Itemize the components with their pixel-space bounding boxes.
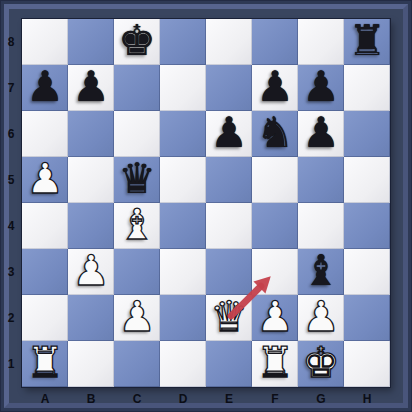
square-f4[interactable] — [252, 203, 298, 249]
black-king[interactable]: ♚ — [118, 20, 156, 62]
black-pawn[interactable]: ♟ — [26, 66, 64, 108]
rank-label-4: 4 — [0, 203, 22, 249]
square-d2[interactable] — [160, 295, 206, 341]
square-h2[interactable] — [344, 295, 390, 341]
square-a6[interactable] — [22, 111, 68, 157]
file-label-a: A — [22, 390, 68, 412]
square-e2[interactable]: ♛ — [206, 295, 252, 341]
square-e5[interactable] — [206, 157, 252, 203]
square-a7[interactable]: ♟ — [22, 65, 68, 111]
black-bishop[interactable]: ♝ — [302, 250, 340, 292]
square-c4[interactable]: ♝ — [114, 203, 160, 249]
square-d4[interactable] — [160, 203, 206, 249]
square-a1[interactable]: ♜ — [22, 341, 68, 387]
black-queen[interactable]: ♛ — [118, 158, 156, 200]
square-g2[interactable]: ♟ — [298, 295, 344, 341]
square-a3[interactable] — [22, 249, 68, 295]
square-h4[interactable] — [344, 203, 390, 249]
square-d6[interactable] — [160, 111, 206, 157]
square-h7[interactable] — [344, 65, 390, 111]
square-h3[interactable] — [344, 249, 390, 295]
white-pawn[interactable]: ♟ — [256, 296, 294, 338]
chess-board-frame: ♚♜♟♟♟♟♟♞♟♟♛♝♟♝♟♛♟♟♜♜♚ 87654321 ABCDEFGH — [0, 0, 412, 412]
square-b6[interactable] — [68, 111, 114, 157]
square-d7[interactable] — [160, 65, 206, 111]
square-e6[interactable]: ♟ — [206, 111, 252, 157]
rank-label-7: 7 — [0, 65, 22, 111]
square-h5[interactable] — [344, 157, 390, 203]
black-rook[interactable]: ♜ — [348, 20, 386, 62]
square-e3[interactable] — [206, 249, 252, 295]
square-h1[interactable] — [344, 341, 390, 387]
square-f1[interactable]: ♜ — [252, 341, 298, 387]
square-f2[interactable]: ♟ — [252, 295, 298, 341]
file-label-f: F — [252, 390, 298, 412]
square-e7[interactable] — [206, 65, 252, 111]
square-c7[interactable] — [114, 65, 160, 111]
black-pawn[interactable]: ♟ — [256, 66, 294, 108]
square-c3[interactable] — [114, 249, 160, 295]
square-b2[interactable] — [68, 295, 114, 341]
white-queen[interactable]: ♛ — [210, 296, 248, 338]
square-g5[interactable] — [298, 157, 344, 203]
square-e8[interactable] — [206, 19, 252, 65]
white-bishop[interactable]: ♝ — [118, 204, 156, 246]
rank-label-5: 5 — [0, 157, 22, 203]
square-c8[interactable]: ♚ — [114, 19, 160, 65]
white-king[interactable]: ♚ — [302, 342, 340, 384]
square-f7[interactable]: ♟ — [252, 65, 298, 111]
black-pawn[interactable]: ♟ — [72, 66, 110, 108]
square-f3[interactable] — [252, 249, 298, 295]
square-g6[interactable]: ♟ — [298, 111, 344, 157]
square-d3[interactable] — [160, 249, 206, 295]
square-a4[interactable] — [22, 203, 68, 249]
square-g3[interactable]: ♝ — [298, 249, 344, 295]
rank-label-6: 6 — [0, 111, 22, 157]
square-d8[interactable] — [160, 19, 206, 65]
square-a8[interactable] — [22, 19, 68, 65]
square-c1[interactable] — [114, 341, 160, 387]
file-label-e: E — [206, 390, 252, 412]
white-pawn[interactable]: ♟ — [118, 296, 156, 338]
black-pawn[interactable]: ♟ — [210, 112, 248, 154]
square-d5[interactable] — [160, 157, 206, 203]
square-d1[interactable] — [160, 341, 206, 387]
square-g7[interactable]: ♟ — [298, 65, 344, 111]
square-h8[interactable]: ♜ — [344, 19, 390, 65]
white-rook[interactable]: ♜ — [26, 342, 64, 384]
square-e4[interactable] — [206, 203, 252, 249]
square-b1[interactable] — [68, 341, 114, 387]
square-f8[interactable] — [252, 19, 298, 65]
white-pawn[interactable]: ♟ — [302, 296, 340, 338]
file-label-b: B — [68, 390, 114, 412]
rank-label-2: 2 — [0, 295, 22, 341]
square-b4[interactable] — [68, 203, 114, 249]
file-label-g: G — [298, 390, 344, 412]
square-f6[interactable]: ♞ — [252, 111, 298, 157]
square-b3[interactable]: ♟ — [68, 249, 114, 295]
chess-board[interactable]: ♚♜♟♟♟♟♟♞♟♟♛♝♟♝♟♛♟♟♜♜♚ — [22, 19, 390, 387]
square-a5[interactable]: ♟ — [22, 157, 68, 203]
rank-label-3: 3 — [0, 249, 22, 295]
square-b5[interactable] — [68, 157, 114, 203]
rank-label-8: 8 — [0, 19, 22, 65]
white-pawn[interactable]: ♟ — [72, 250, 110, 292]
square-g1[interactable]: ♚ — [298, 341, 344, 387]
file-label-h: H — [344, 390, 390, 412]
square-c2[interactable]: ♟ — [114, 295, 160, 341]
square-b7[interactable]: ♟ — [68, 65, 114, 111]
square-a2[interactable] — [22, 295, 68, 341]
square-g8[interactable] — [298, 19, 344, 65]
rank-label-1: 1 — [0, 341, 22, 387]
file-label-c: C — [114, 390, 160, 412]
black-pawn[interactable]: ♟ — [302, 66, 340, 108]
square-g4[interactable] — [298, 203, 344, 249]
square-h6[interactable] — [344, 111, 390, 157]
square-f5[interactable] — [252, 157, 298, 203]
white-rook[interactable]: ♜ — [256, 342, 294, 384]
square-c5[interactable]: ♛ — [114, 157, 160, 203]
black-knight[interactable]: ♞ — [256, 112, 294, 154]
square-b8[interactable] — [68, 19, 114, 65]
square-e1[interactable] — [206, 341, 252, 387]
black-pawn[interactable]: ♟ — [302, 112, 340, 154]
square-c6[interactable] — [114, 111, 160, 157]
file-label-d: D — [160, 390, 206, 412]
white-pawn[interactable]: ♟ — [26, 158, 64, 200]
